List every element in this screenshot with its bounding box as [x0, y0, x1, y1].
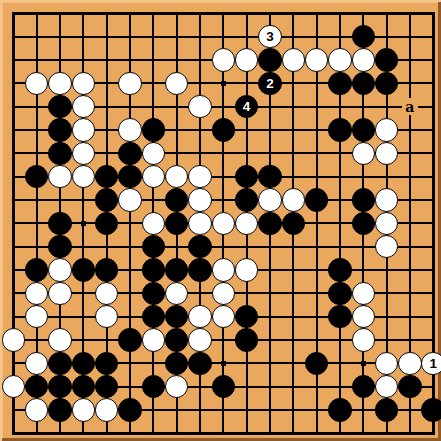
- stone-white: [118, 118, 142, 142]
- stone-black: [235, 188, 259, 212]
- stone-black: [118, 328, 142, 352]
- stone-white: [328, 48, 352, 72]
- stone-black: [95, 165, 119, 189]
- stone-black: [142, 258, 166, 282]
- stone-black: [328, 72, 352, 96]
- stone-white: [25, 352, 49, 376]
- stone-black: [95, 212, 119, 236]
- stone-black: [48, 118, 72, 142]
- stone-black: [165, 212, 189, 236]
- stone-white: [25, 305, 49, 329]
- stone-black: [142, 118, 166, 142]
- stone-white: [375, 188, 399, 212]
- stone-black: [142, 375, 166, 399]
- stone-white-move-1: 1: [421, 352, 441, 376]
- stone-black: [25, 375, 49, 399]
- stone-white: [118, 72, 142, 96]
- stone-white: [352, 305, 376, 329]
- stone-black: [95, 375, 119, 399]
- stone-black: [72, 352, 96, 376]
- stone-black-move-4: 4: [235, 95, 259, 119]
- stone-white: [95, 282, 119, 306]
- stone-black: [258, 212, 282, 236]
- stone-white: [25, 282, 49, 306]
- stone-white: [48, 258, 72, 282]
- stone-black: [352, 212, 376, 236]
- stone-black: [118, 398, 142, 422]
- stone-white: [352, 328, 376, 352]
- star-point: [81, 221, 86, 226]
- grid-line-horizontal: [12, 432, 435, 435]
- stone-black: [48, 398, 72, 422]
- stone-white: [165, 72, 189, 96]
- stone-black: [48, 375, 72, 399]
- stone-black: [305, 352, 329, 376]
- stone-white: [165, 375, 189, 399]
- stone-black: [328, 118, 352, 142]
- star-point: [221, 361, 226, 366]
- stone-black: [25, 165, 49, 189]
- stone-black: [375, 72, 399, 96]
- stone-white: [375, 142, 399, 166]
- stone-white: [95, 305, 119, 329]
- stone-white: [352, 282, 376, 306]
- stone-black: [328, 258, 352, 282]
- stone-white: [375, 375, 399, 399]
- stone-white: [212, 258, 236, 282]
- stone-black: [72, 258, 96, 282]
- stone-black: [48, 142, 72, 166]
- stone-black: [118, 165, 142, 189]
- stone-white: [142, 142, 166, 166]
- stone-black: [165, 352, 189, 376]
- stone-black: [352, 375, 376, 399]
- stone-black: [212, 375, 236, 399]
- stone-black: [165, 305, 189, 329]
- stone-black: [48, 212, 72, 236]
- stone-black: [188, 352, 212, 376]
- stone-black: [188, 235, 212, 259]
- stone-black-move-2: 2: [258, 72, 282, 96]
- stone-black: [328, 305, 352, 329]
- stone-black: [188, 258, 212, 282]
- stone-white: [375, 352, 399, 376]
- stone-white: [188, 95, 212, 119]
- stone-white: [235, 48, 259, 72]
- stone-black: [305, 188, 329, 212]
- stone-black: [235, 305, 259, 329]
- stone-white: [398, 352, 422, 376]
- stone-black: [352, 25, 376, 49]
- stone-black: [142, 235, 166, 259]
- stone-white: [235, 212, 259, 236]
- stone-white: [142, 212, 166, 236]
- stone-white: [48, 282, 72, 306]
- stone-white: [72, 72, 96, 96]
- stone-white: [142, 165, 166, 189]
- point-label-a: a: [402, 98, 418, 115]
- stone-black: [165, 328, 189, 352]
- stone-black: [282, 212, 306, 236]
- stone-black: [212, 118, 236, 142]
- stone-black: [352, 188, 376, 212]
- stone-white-move-3: 3: [258, 25, 282, 49]
- stone-white: [235, 258, 259, 282]
- stone-white: [95, 398, 119, 422]
- stone-white: [165, 165, 189, 189]
- stone-white: [188, 165, 212, 189]
- stone-white: [352, 142, 376, 166]
- stone-white: [212, 305, 236, 329]
- stone-black: [165, 258, 189, 282]
- stone-white: [258, 188, 282, 212]
- stone-white: [25, 398, 49, 422]
- stone-black: [328, 282, 352, 306]
- grid-line-horizontal: [12, 246, 435, 248]
- stone-black: [235, 328, 259, 352]
- stone-white: [72, 95, 96, 119]
- stone-white: [282, 188, 306, 212]
- stone-black: [95, 188, 119, 212]
- stone-white: [72, 398, 96, 422]
- stone-black: [235, 165, 259, 189]
- stone-white: [25, 72, 49, 96]
- stone-black: [328, 398, 352, 422]
- stone-black: [95, 258, 119, 282]
- stone-white: [212, 282, 236, 306]
- stone-white: [72, 142, 96, 166]
- stone-black: [142, 282, 166, 306]
- stone-white: [305, 48, 329, 72]
- stone-black: [48, 235, 72, 259]
- stone-black: [352, 118, 376, 142]
- stone-white: [375, 212, 399, 236]
- stone-white: [48, 72, 72, 96]
- star-point: [361, 361, 366, 366]
- stone-white: [188, 212, 212, 236]
- stone-white: [72, 165, 96, 189]
- stone-black: [352, 72, 376, 96]
- stone-black: [142, 305, 166, 329]
- stone-white: [352, 48, 376, 72]
- stone-white: [212, 48, 236, 72]
- stone-black: [48, 95, 72, 119]
- go-board: 3241a: [0, 0, 441, 441]
- stone-white: [375, 235, 399, 259]
- stone-white: [142, 328, 166, 352]
- stone-black: [72, 375, 96, 399]
- stone-black: [398, 375, 422, 399]
- stone-white: [72, 118, 96, 142]
- stone-white: [375, 118, 399, 142]
- stone-black: [25, 258, 49, 282]
- stone-white: [188, 305, 212, 329]
- stone-black: [258, 165, 282, 189]
- stone-black: [118, 142, 142, 166]
- stone-black: [375, 48, 399, 72]
- stone-black: [95, 352, 119, 376]
- stone-white: [2, 328, 26, 352]
- stone-white: [188, 328, 212, 352]
- stone-white: [165, 282, 189, 306]
- stone-white: [212, 212, 236, 236]
- stone-black: [165, 188, 189, 212]
- stone-black: [48, 352, 72, 376]
- stone-black: [258, 48, 282, 72]
- stone-black: [375, 398, 399, 422]
- stone-white: [48, 165, 72, 189]
- stone-black: [421, 398, 441, 422]
- stone-white: [48, 328, 72, 352]
- star-point: [221, 81, 226, 86]
- stone-white: [2, 375, 26, 399]
- stone-white: [282, 48, 306, 72]
- stone-white: [118, 188, 142, 212]
- go-board-frame: 3241a: [0, 0, 441, 441]
- stone-white: [188, 188, 212, 212]
